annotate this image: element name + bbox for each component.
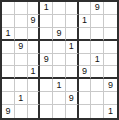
cell-r3c2-empty[interactable] xyxy=(15,28,28,41)
cell-r8c8-empty[interactable] xyxy=(91,92,104,105)
cell-r7c5-given: 1 xyxy=(53,79,66,92)
cell-r5c3-empty[interactable] xyxy=(28,54,41,67)
cell-r7c7-empty[interactable] xyxy=(79,79,92,92)
cell-r9c3-empty[interactable] xyxy=(28,105,41,118)
cell-r1c7-empty[interactable] xyxy=(79,2,92,15)
cell-r2c2-empty[interactable] xyxy=(15,15,28,28)
cell-r7c9-given: 9 xyxy=(104,79,117,92)
cell-r1c5-empty[interactable] xyxy=(53,2,66,15)
cell-r9c8-empty[interactable] xyxy=(91,105,104,118)
cell-r6c9-empty[interactable] xyxy=(104,66,117,79)
cell-r8c7-empty[interactable] xyxy=(79,92,92,105)
cell-r7c1-empty[interactable] xyxy=(2,79,15,92)
cell-r9c4-empty[interactable] xyxy=(40,105,53,118)
cell-r5c2-empty[interactable] xyxy=(15,54,28,67)
sudoku-board: 199119919119191991 xyxy=(0,0,119,120)
cell-r2c6-empty[interactable] xyxy=(66,15,79,28)
cell-r8c3-empty[interactable] xyxy=(28,92,41,105)
cell-r2c5-empty[interactable] xyxy=(53,15,66,28)
cell-r2c8-empty[interactable] xyxy=(91,15,104,28)
cell-r7c8-empty[interactable] xyxy=(91,79,104,92)
cell-r9c9-given: 1 xyxy=(104,105,117,118)
cell-r9c5-empty[interactable] xyxy=(53,105,66,118)
cell-r9c1-given: 9 xyxy=(2,105,15,118)
cell-r5c6-empty[interactable] xyxy=(66,54,79,67)
cell-r9c6-empty[interactable] xyxy=(66,105,79,118)
cell-r2c4-empty[interactable] xyxy=(40,15,53,28)
cell-r3c6-empty[interactable] xyxy=(66,28,79,41)
cell-r8c6-given: 9 xyxy=(66,92,79,105)
cell-r7c4-empty[interactable] xyxy=(40,79,53,92)
cell-r9c7-empty[interactable] xyxy=(79,105,92,118)
cell-r3c4-empty[interactable] xyxy=(40,28,53,41)
cell-r1c8-given: 9 xyxy=(91,2,104,15)
cell-r8c1-empty[interactable] xyxy=(2,92,15,105)
cell-r1c1-empty[interactable] xyxy=(2,2,15,15)
cell-r1c2-empty[interactable] xyxy=(15,2,28,15)
cell-r6c8-empty[interactable] xyxy=(91,66,104,79)
cell-r8c2-given: 1 xyxy=(15,92,28,105)
cell-r3c9-empty[interactable] xyxy=(104,28,117,41)
cell-r1c9-empty[interactable] xyxy=(104,2,117,15)
cell-r1c6-empty[interactable] xyxy=(66,2,79,15)
cell-r4c5-empty[interactable] xyxy=(53,41,66,54)
cell-r4c8-empty[interactable] xyxy=(91,41,104,54)
cell-r3c7-empty[interactable] xyxy=(79,28,92,41)
cell-r6c2-empty[interactable] xyxy=(15,66,28,79)
cell-r5c7-empty[interactable] xyxy=(79,54,92,67)
cell-r8c4-empty[interactable] xyxy=(40,92,53,105)
cell-r4c7-empty[interactable] xyxy=(79,41,92,54)
cell-r5c9-empty[interactable] xyxy=(104,54,117,67)
cell-r6c4-empty[interactable] xyxy=(40,66,53,79)
cell-r3c3-empty[interactable] xyxy=(28,28,41,41)
cell-r8c5-empty[interactable] xyxy=(53,92,66,105)
cell-r4c3-empty[interactable] xyxy=(28,41,41,54)
cell-r8c9-empty[interactable] xyxy=(104,92,117,105)
cell-r6c5-empty[interactable] xyxy=(53,66,66,79)
cell-r2c1-empty[interactable] xyxy=(2,15,15,28)
cell-r4c4-empty[interactable] xyxy=(40,41,53,54)
cell-r5c5-empty[interactable] xyxy=(53,54,66,67)
cell-r5c1-empty[interactable] xyxy=(2,54,15,67)
cell-r4c6-given: 1 xyxy=(66,41,79,54)
cell-r1c3-empty[interactable] xyxy=(28,2,41,15)
cell-r5c4-given: 9 xyxy=(40,54,53,67)
cell-r2c3-given: 9 xyxy=(28,15,41,28)
cell-r7c6-empty[interactable] xyxy=(66,79,79,92)
cell-r7c2-empty[interactable] xyxy=(15,79,28,92)
cell-r4c2-given: 9 xyxy=(15,41,28,54)
cell-r1c4-given: 1 xyxy=(40,2,53,15)
cell-r6c7-given: 9 xyxy=(79,66,92,79)
cell-r5c8-given: 1 xyxy=(91,54,104,67)
cell-r7c3-empty[interactable] xyxy=(28,79,41,92)
cell-r2c9-empty[interactable] xyxy=(104,15,117,28)
cell-r4c1-empty[interactable] xyxy=(2,41,15,54)
cell-r9c2-empty[interactable] xyxy=(15,105,28,118)
cell-r3c8-empty[interactable] xyxy=(91,28,104,41)
cell-r3c1-given: 1 xyxy=(2,28,15,41)
cell-r2c7-given: 1 xyxy=(79,15,92,28)
cell-r6c1-empty[interactable] xyxy=(2,66,15,79)
cell-r4c9-empty[interactable] xyxy=(104,41,117,54)
cell-r6c6-empty[interactable] xyxy=(66,66,79,79)
cell-r6c3-given: 1 xyxy=(28,66,41,79)
cell-r3c5-given: 9 xyxy=(53,28,66,41)
